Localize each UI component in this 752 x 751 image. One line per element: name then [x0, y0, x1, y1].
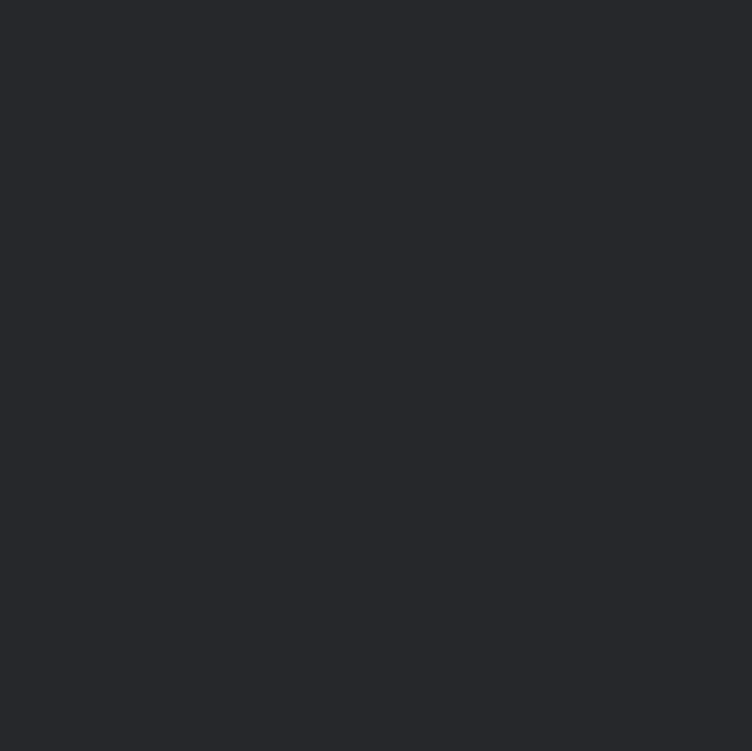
- chess-board-frame: [0, 0, 752, 751]
- chess-board[interactable]: [8, 5, 748, 745]
